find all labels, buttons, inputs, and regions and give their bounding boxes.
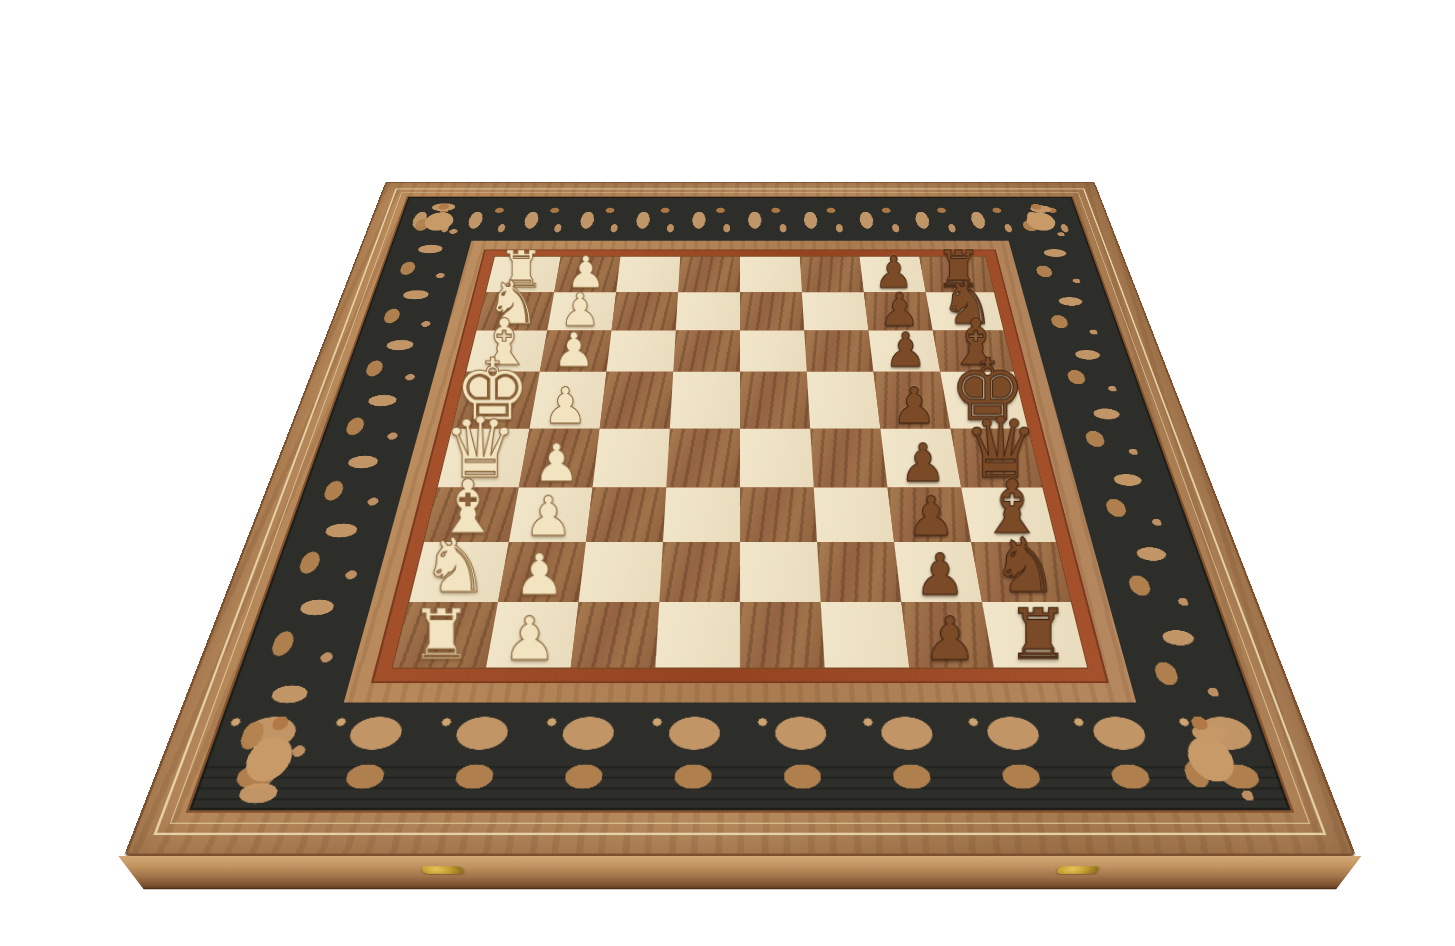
chessboard: ♜♟♟♜♞♟♟♞♝♟♟♝♚♟♟♚♛♟♟♛♝♟♟♝♞♟♟♞♜♟♟♜ [391,256,1088,668]
white-pawn-piece: ♟ [552,327,595,375]
square: ♜ [982,602,1087,668]
square [593,429,670,488]
square [740,372,810,429]
square: ♟ [894,542,982,602]
chess-set-scene: ♜♟♟♜♞♟♟♞♝♟♟♝♚♟♟♚♛♟♟♛♝♟♟♝♞♟♟♞♜♟♟♜ [290,0,1190,878]
brown-rook-piece: ♜ [1008,600,1071,670]
square: ♜ [393,602,498,668]
square [670,372,740,429]
brown-pawn-piece: ♟ [924,609,978,669]
square [600,372,674,429]
board-top-face: ♜♟♟♜♞♟♟♞♝♟♟♝♚♟♟♚♛♟♟♛♝♟♟♝♞♟♟♞♜♟♟♜ [124,182,1356,856]
square [616,257,680,293]
square [740,602,825,668]
square [804,331,873,372]
square [814,487,894,542]
square [740,487,817,542]
square: ♟ [498,542,586,602]
square [821,602,910,668]
square: ♟ [540,331,612,372]
square [659,542,740,602]
white-pawn-piece: ♟ [513,546,564,603]
square: ♟ [873,372,950,429]
square: ♟ [887,487,971,542]
square [586,487,666,542]
square [666,429,740,488]
brown-pawn-piece: ♟ [907,489,956,544]
white-pawn-piece: ♟ [524,489,573,544]
square [807,372,881,429]
square [740,257,802,293]
square [817,542,901,602]
pomegranate-corner-motif [995,197,1088,242]
square [673,331,740,372]
square [612,292,679,330]
square: ♟ [868,331,940,372]
square [800,257,864,293]
white-pawn-piece: ♟ [533,437,580,489]
square [740,331,807,372]
box-front-edge [118,856,1361,889]
square: ♟ [880,429,961,488]
square [579,542,663,602]
brass-latch [421,866,464,873]
square [740,292,804,330]
square [810,429,887,488]
square [802,292,869,330]
brown-pawn-piece: ♟ [900,437,947,489]
square [663,487,740,542]
square: ♟ [486,602,579,668]
square [678,257,740,293]
brown-pawn-piece: ♟ [885,327,928,375]
square [740,429,814,488]
square [655,602,740,668]
white-pawn-piece: ♟ [502,609,556,669]
square: ♟ [509,487,593,542]
square: ♟ [530,372,607,429]
square [676,292,740,330]
brown-pawn-piece: ♟ [915,546,966,603]
square: ♟ [901,602,994,668]
brass-latch [1056,866,1100,873]
square [571,602,660,668]
carved-border-far [392,197,1088,242]
pomegranate-corner-motif [392,197,485,242]
brown-pawn-piece: ♟ [892,381,937,431]
square [740,542,821,602]
white-rook-piece: ♜ [410,600,473,670]
white-pawn-piece: ♟ [543,381,588,431]
square [607,331,676,372]
carved-chess-box: ♜♟♟♜♞♟♟♞♝♟♟♝♚♟♟♚♛♟♟♛♝♟♟♝♞♟♟♞♜♟♟♜ [124,182,1356,856]
square: ♟ [519,429,600,488]
carved-border-near [189,701,1291,811]
